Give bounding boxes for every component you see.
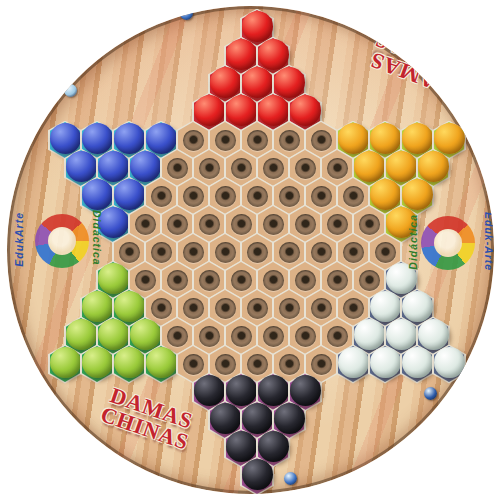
marble-blue[interactable] xyxy=(82,123,113,154)
hole-11-4[interactable] xyxy=(199,326,220,347)
marble-blue[interactable] xyxy=(50,123,81,154)
marble-green[interactable] xyxy=(114,291,145,322)
hole-9-1[interactable] xyxy=(135,270,156,291)
hole-10-2[interactable] xyxy=(151,298,172,319)
rim-marble-3 xyxy=(284,472,297,485)
hole-11-6[interactable] xyxy=(263,326,284,347)
hole-8-3[interactable] xyxy=(215,242,236,263)
hole-4-4[interactable] xyxy=(183,130,204,151)
marble-blue[interactable] xyxy=(146,123,177,154)
hole-4-5[interactable] xyxy=(215,130,236,151)
marble-black[interactable] xyxy=(194,375,225,406)
hole-10-3[interactable] xyxy=(183,298,204,319)
hole-10-4[interactable] xyxy=(215,298,236,319)
logo-left-sub: EdukArte xyxy=(13,212,25,267)
marble-green[interactable] xyxy=(50,347,81,378)
marble-red[interactable] xyxy=(194,95,225,126)
marble-black[interactable] xyxy=(226,431,257,462)
marble-red[interactable] xyxy=(226,39,257,70)
marble-black[interactable] xyxy=(290,375,321,406)
hole-9-8[interactable] xyxy=(359,270,380,291)
hole-10-8[interactable] xyxy=(343,298,364,319)
hole-4-7[interactable] xyxy=(279,130,300,151)
hole-11-3[interactable] xyxy=(167,326,188,347)
marble-black[interactable] xyxy=(242,403,273,434)
marble-green[interactable] xyxy=(82,347,113,378)
hole-12-4[interactable] xyxy=(183,354,204,375)
marble-yellow[interactable] xyxy=(402,123,433,154)
marble-white[interactable] xyxy=(402,347,433,378)
hole-5-3[interactable] xyxy=(167,158,188,179)
hole-10-7[interactable] xyxy=(311,298,332,319)
hole-6-8[interactable] xyxy=(343,186,364,207)
marble-blue[interactable] xyxy=(114,179,145,210)
hole-12-6[interactable] xyxy=(247,354,268,375)
hole-7-6[interactable] xyxy=(295,214,316,235)
game-board: DAMAS CHINAS DAMAS CHINAS Didáctica Eduk… xyxy=(7,6,494,494)
hole-7-4[interactable] xyxy=(231,214,252,235)
hole-12-8[interactable] xyxy=(311,354,332,375)
marble-red[interactable] xyxy=(210,67,241,98)
marble-yellow[interactable] xyxy=(354,151,385,182)
hole-8-0[interactable] xyxy=(119,242,140,263)
hole-8-4[interactable] xyxy=(247,242,268,263)
hole-4-6[interactable] xyxy=(247,130,268,151)
hole-8-2[interactable] xyxy=(183,242,204,263)
logo-right-brand: Didáctica xyxy=(407,214,419,270)
marble-blue[interactable] xyxy=(114,123,145,154)
hole-9-4[interactable] xyxy=(231,270,252,291)
hole-9-6[interactable] xyxy=(295,270,316,291)
marble-white[interactable] xyxy=(354,319,385,350)
hole-5-7[interactable] xyxy=(295,158,316,179)
hole-6-5[interactable] xyxy=(247,186,268,207)
hole-9-7[interactable] xyxy=(327,270,348,291)
marble-red[interactable] xyxy=(258,95,289,126)
hole-6-2[interactable] xyxy=(151,186,172,207)
hole-7-1[interactable] xyxy=(135,214,156,235)
hole-7-8[interactable] xyxy=(359,214,380,235)
hole-10-5[interactable] xyxy=(247,298,268,319)
marble-blue[interactable] xyxy=(66,151,97,182)
board-photo: DAMAS CHINAS DAMAS CHINAS Didáctica Eduk… xyxy=(0,0,500,500)
hole-4-8[interactable] xyxy=(311,130,332,151)
rim-marble-2 xyxy=(424,387,437,400)
marble-red[interactable] xyxy=(242,67,273,98)
hole-7-7[interactable] xyxy=(327,214,348,235)
logo-right: Didáctica Eduk-Arte xyxy=(405,202,491,288)
marble-black[interactable] xyxy=(258,375,289,406)
marble-blue[interactable] xyxy=(98,151,129,182)
marble-red[interactable] xyxy=(258,39,289,70)
marble-yellow[interactable] xyxy=(370,123,401,154)
logo-left: Didáctica EdukArte xyxy=(19,200,105,286)
hole-5-6[interactable] xyxy=(263,158,284,179)
marble-white[interactable] xyxy=(418,319,449,350)
hole-8-1[interactable] xyxy=(151,242,172,263)
marble-green[interactable] xyxy=(130,319,161,350)
marble-yellow[interactable] xyxy=(418,151,449,182)
marble-black[interactable] xyxy=(210,403,241,434)
hole-7-2[interactable] xyxy=(167,214,188,235)
hole-12-5[interactable] xyxy=(215,354,236,375)
hole-6-4[interactable] xyxy=(215,186,236,207)
marble-red[interactable] xyxy=(226,95,257,126)
marble-white[interactable] xyxy=(370,291,401,322)
hole-7-5[interactable] xyxy=(263,214,284,235)
hole-12-7[interactable] xyxy=(279,354,300,375)
hole-8-7[interactable] xyxy=(343,242,364,263)
hole-9-5[interactable] xyxy=(263,270,284,291)
marble-blue[interactable] xyxy=(130,151,161,182)
hole-6-7[interactable] xyxy=(311,186,332,207)
logo-swirl-icon xyxy=(421,216,475,270)
marble-yellow[interactable] xyxy=(386,151,417,182)
hole-11-5[interactable] xyxy=(231,326,252,347)
logo-swirl-icon xyxy=(35,214,89,268)
hole-8-8[interactable] xyxy=(375,242,396,263)
marble-black[interactable] xyxy=(258,431,289,462)
marble-red[interactable] xyxy=(242,11,273,42)
marble-white[interactable] xyxy=(402,291,433,322)
marble-green[interactable] xyxy=(66,319,97,350)
hole-6-6[interactable] xyxy=(279,186,300,207)
marble-yellow[interactable] xyxy=(434,123,465,154)
marble-yellow[interactable] xyxy=(338,123,369,154)
marble-black[interactable] xyxy=(226,375,257,406)
hole-11-7[interactable] xyxy=(295,326,316,347)
hole-5-5[interactable] xyxy=(231,158,252,179)
title-top: DAMAS CHINAS xyxy=(353,23,476,102)
marble-green[interactable] xyxy=(146,347,177,378)
marble-green[interactable] xyxy=(114,347,145,378)
hole-8-6[interactable] xyxy=(311,242,332,263)
rim-marble-1 xyxy=(64,84,77,97)
hole-6-3[interactable] xyxy=(183,186,204,207)
marble-red[interactable] xyxy=(290,95,321,126)
marble-black[interactable] xyxy=(274,403,305,434)
marble-red[interactable] xyxy=(274,67,305,98)
hole-9-3[interactable] xyxy=(199,270,220,291)
title-top-line1: DAMAS xyxy=(353,43,469,102)
marble-green[interactable] xyxy=(98,319,129,350)
logo-right-sub: Eduk-Arte xyxy=(483,212,494,271)
marble-green[interactable] xyxy=(82,291,113,322)
rim-marble-0 xyxy=(180,7,193,20)
hole-5-8[interactable] xyxy=(327,158,348,179)
marble-black[interactable] xyxy=(242,459,273,490)
logo-left-brand: Didáctica xyxy=(91,210,103,266)
marble-yellow[interactable] xyxy=(370,179,401,210)
hole-5-4[interactable] xyxy=(199,158,220,179)
marble-white[interactable] xyxy=(370,347,401,378)
marble-white[interactable] xyxy=(338,347,369,378)
hole-9-2[interactable] xyxy=(167,270,188,291)
marble-white[interactable] xyxy=(434,347,465,378)
hole-8-5[interactable] xyxy=(279,242,300,263)
hole-7-3[interactable] xyxy=(199,214,220,235)
marble-white[interactable] xyxy=(386,319,417,350)
hole-10-6[interactable] xyxy=(279,298,300,319)
hole-11-8[interactable] xyxy=(327,326,348,347)
